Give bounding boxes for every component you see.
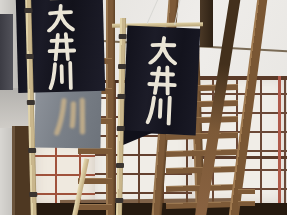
right-banner: 大井川 bbox=[123, 25, 201, 135]
banner-tie bbox=[116, 163, 124, 168]
ladder3-rung bbox=[238, 189, 255, 194]
ladder1-rung bbox=[78, 204, 112, 210]
banner-tie bbox=[117, 94, 125, 99]
banner-tie bbox=[24, 8, 32, 13]
banner-tie bbox=[28, 148, 36, 153]
kanji-dai-icon bbox=[147, 34, 179, 65]
ladder1-rung bbox=[78, 148, 112, 154]
faded-banner: 川 bbox=[34, 85, 101, 148]
banner-tie bbox=[27, 100, 35, 105]
banner-tie bbox=[29, 192, 37, 197]
kanji-i-icon bbox=[145, 64, 177, 95]
shoji-red-frame bbox=[278, 76, 281, 204]
banner-tie bbox=[117, 126, 125, 131]
shoji-top-rail bbox=[190, 76, 287, 80]
kanji-kawa-icon bbox=[144, 94, 176, 125]
kanji-kawa-icon bbox=[44, 61, 79, 91]
banner-tie bbox=[26, 54, 34, 59]
banner-tie bbox=[115, 198, 123, 203]
photo-scene: 川 大井川 bbox=[0, 0, 287, 215]
dark-cloth-edge bbox=[0, 14, 13, 90]
banner-tie bbox=[118, 64, 126, 69]
kanji-dai-icon bbox=[42, 3, 77, 33]
hanging-string bbox=[147, 0, 159, 24]
banner-fold bbox=[120, 130, 155, 147]
faded-kanji-kawa-icon bbox=[49, 90, 94, 145]
banner-tie bbox=[119, 34, 127, 39]
ladder3-rung bbox=[238, 201, 255, 206]
kanji-i-icon bbox=[43, 32, 78, 62]
